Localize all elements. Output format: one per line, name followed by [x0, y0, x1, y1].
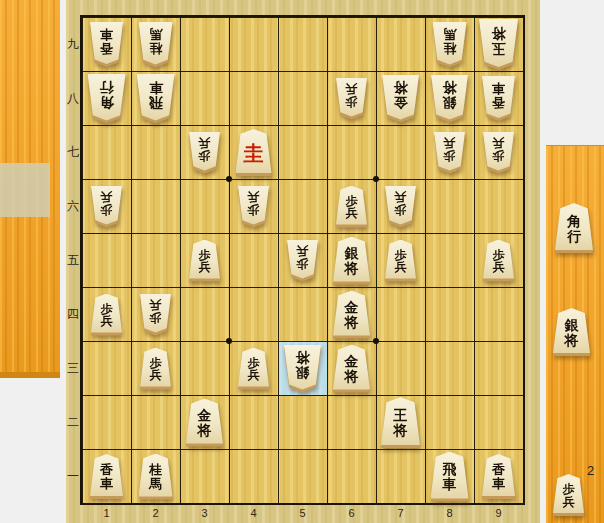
piece-face: 歩兵: [91, 186, 122, 225]
piece-kanji: 角行: [555, 203, 593, 250]
rank-label-五: 五: [66, 233, 80, 287]
piece-face: 香車: [90, 454, 123, 496]
square-5二[interactable]: [278, 395, 327, 449]
piece-face: 香車: [482, 76, 515, 118]
piece-gote-gold-6四[interactable]: 金将: [333, 291, 370, 336]
square-8二[interactable]: [425, 395, 474, 449]
square-4五[interactable]: [229, 233, 278, 287]
piece-face: 歩兵: [434, 132, 465, 171]
square-5九[interactable]: [278, 17, 327, 71]
square-6七[interactable]: [327, 125, 376, 179]
piece-face: 歩兵: [140, 294, 171, 333]
piece-kanji: 角行: [88, 74, 126, 121]
piece-gote-pawn-7五[interactable]: 歩兵: [385, 240, 416, 279]
piece-face: 銀将: [431, 75, 468, 120]
piece-gote-pawn-3五[interactable]: 歩兵: [189, 240, 220, 279]
rank-label-六: 六: [66, 179, 80, 233]
piece-sente-pawn-8七[interactable]: 歩兵: [434, 132, 465, 171]
square-7四[interactable]: [376, 287, 425, 341]
piece-sente-lance-1九[interactable]: 香車: [90, 22, 123, 64]
square-5四[interactable]: [278, 287, 327, 341]
piece-sente-rook-2八[interactable]: 飛車: [137, 74, 175, 121]
piece-face: 歩兵: [287, 240, 318, 279]
piece-face: 歩兵: [483, 240, 514, 279]
board: 香車桂馬桂馬玉将角行飛車歩兵金将銀将香車歩兵圭歩兵歩兵歩兵歩兵歩兵歩兵歩兵歩兵銀…: [80, 15, 525, 505]
square-3六[interactable]: [180, 179, 229, 233]
piece-kanji: 香車: [482, 76, 515, 118]
square-1七[interactable]: [82, 125, 131, 179]
square-6一[interactable]: [327, 449, 376, 503]
piece-gote-pawn-1四[interactable]: 歩兵: [91, 294, 122, 333]
piece-kanji: 歩兵: [91, 294, 122, 333]
piece-gote-lance-1一[interactable]: 香車: [90, 454, 123, 496]
square-6九[interactable]: [327, 17, 376, 71]
piece-gote-pawn-2三[interactable]: 歩兵: [140, 348, 171, 387]
sente-hand-stand: [0, 0, 60, 378]
piece-face: 銀将: [553, 308, 590, 353]
piece-kanji: 歩兵: [385, 186, 416, 225]
piece-kanji: 歩兵: [336, 78, 367, 117]
square-3三[interactable]: [180, 341, 229, 395]
piece-gote-rook-8一[interactable]: 飛車: [431, 452, 469, 499]
square-9六[interactable]: [474, 179, 523, 233]
rank-label-七: 七: [66, 125, 80, 179]
piece-kanji: 歩兵: [385, 240, 416, 279]
square-3四[interactable]: [180, 287, 229, 341]
file-label-2: 2: [131, 505, 180, 521]
piece-kanji: 歩兵: [91, 186, 122, 225]
piece-kanji: 銀将: [553, 308, 590, 353]
piece-kanji: 飛車: [431, 452, 469, 499]
piece-gote-silver-6五[interactable]: 銀将: [333, 237, 370, 282]
piece-face: 王将: [381, 397, 420, 445]
square-8四[interactable]: [425, 287, 474, 341]
piece-gote-gold-3二[interactable]: 金将: [186, 399, 223, 444]
square-7九[interactable]: [376, 17, 425, 71]
piece-face: 歩兵: [238, 186, 269, 225]
square-4二[interactable]: [229, 395, 278, 449]
file-label-1: 1: [82, 505, 131, 521]
piece-face: 圭: [236, 129, 272, 173]
piece-face: 歩兵: [238, 348, 269, 387]
piece-kanji: 歩兵: [140, 294, 171, 333]
piece-kanji: 金将: [382, 75, 419, 120]
piece-sente-pawn-3七[interactable]: 歩兵: [189, 132, 220, 171]
piece-kanji: 香車: [482, 454, 515, 496]
rank-label-四: 四: [66, 287, 80, 341]
piece-kanji: 歩兵: [483, 240, 514, 279]
square-5一[interactable]: [278, 449, 327, 503]
piece-kanji: 歩兵: [140, 348, 171, 387]
piece-face: 金将: [186, 399, 223, 444]
square-4一[interactable]: [229, 449, 278, 503]
piece-kanji: 圭: [236, 129, 272, 173]
piece-kanji: 王将: [381, 397, 420, 445]
piece-gote-pawn-6六[interactable]: 歩兵: [336, 186, 367, 225]
star-point: [373, 338, 379, 344]
square-7三[interactable]: [376, 341, 425, 395]
piece-gote-knight-2一[interactable]: 桂馬: [139, 454, 173, 497]
file-label-9: 9: [474, 505, 523, 521]
piece-kanji: 歩兵: [287, 240, 318, 279]
piece-face: 歩兵: [385, 186, 416, 225]
square-9二[interactable]: [474, 395, 523, 449]
piece-sente-pawn-9七[interactable]: 歩兵: [483, 132, 514, 171]
piece-kanji: 歩兵: [189, 132, 220, 171]
square-7一[interactable]: [376, 449, 425, 503]
piece-sente-knight-2九[interactable]: 桂馬: [139, 22, 173, 65]
piece-sente-pawn-7六[interactable]: 歩兵: [385, 186, 416, 225]
square-3八[interactable]: [180, 71, 229, 125]
piece-kanji: 歩兵: [189, 240, 220, 279]
piece-face: 桂馬: [139, 454, 173, 497]
piece-gote-promoted-knight-4七[interactable]: 圭: [236, 129, 272, 173]
piece-sente-gold-7八[interactable]: 金将: [382, 75, 419, 120]
piece-sente-bishop-1八[interactable]: 角行: [88, 74, 126, 121]
piece-face: 歩兵: [483, 132, 514, 171]
piece-face: 桂馬: [139, 22, 173, 65]
piece-face: 香車: [90, 22, 123, 64]
piece-face: 歩兵: [336, 78, 367, 117]
rank-label-九: 九: [66, 17, 80, 71]
rank-label-八: 八: [66, 71, 80, 125]
board-frame: 九八七六五四三二一 123456789 香車桂馬桂馬玉将角行飛車歩兵金将銀将香車…: [66, 0, 540, 523]
square-9四[interactable]: [474, 287, 523, 341]
piece-kanji: 金将: [333, 291, 370, 336]
square-8六[interactable]: [425, 179, 474, 233]
square-2二[interactable]: [131, 395, 180, 449]
piece-kanji: 歩兵: [483, 132, 514, 171]
file-label-4: 4: [229, 505, 278, 521]
square-1二[interactable]: [82, 395, 131, 449]
piece-face: 金将: [333, 291, 370, 336]
piece-face: 銀将: [284, 345, 321, 390]
piece-face: 歩兵: [189, 240, 220, 279]
piece-face: 歩兵: [189, 132, 220, 171]
hand-piece-gote-silver[interactable]: 銀将: [553, 308, 590, 353]
piece-face: 銀将: [333, 237, 370, 282]
star-point: [226, 176, 232, 182]
piece-kanji: 歩兵: [553, 474, 584, 513]
rank-label-一: 一: [66, 449, 80, 503]
square-4八[interactable]: [229, 71, 278, 125]
piece-kanji: 歩兵: [434, 132, 465, 171]
piece-kanji: 飛車: [137, 74, 175, 121]
square-1五[interactable]: [82, 233, 131, 287]
square-1三[interactable]: [82, 341, 131, 395]
square-8五[interactable]: [425, 233, 474, 287]
hand-piece-gote-bishop[interactable]: 角行: [555, 203, 593, 250]
square-9三[interactable]: [474, 341, 523, 395]
piece-sente-king-9九[interactable]: 玉将: [479, 19, 518, 67]
file-label-7: 7: [376, 505, 425, 521]
piece-face: 歩兵: [336, 186, 367, 225]
piece-kanji: 玉将: [479, 19, 518, 67]
file-label-3: 3: [180, 505, 229, 521]
piece-face: 角行: [555, 203, 593, 250]
piece-kanji: 歩兵: [238, 186, 269, 225]
square-3九[interactable]: [180, 17, 229, 71]
file-label-5: 5: [278, 505, 327, 521]
piece-face: 歩兵: [140, 348, 171, 387]
piece-kanji: 桂馬: [433, 22, 467, 65]
square-8三[interactable]: [425, 341, 474, 395]
square-6二[interactable]: [327, 395, 376, 449]
piece-kanji: 歩兵: [336, 186, 367, 225]
piece-kanji: 銀将: [431, 75, 468, 120]
file-label-8: 8: [425, 505, 474, 521]
piece-gote-lance-9一[interactable]: 香車: [482, 454, 515, 496]
rank-label-三: 三: [66, 341, 80, 395]
square-2五[interactable]: [131, 233, 180, 287]
square-2七[interactable]: [131, 125, 180, 179]
piece-kanji: 香車: [90, 22, 123, 64]
piece-kanji: 歩兵: [238, 348, 269, 387]
square-4四[interactable]: [229, 287, 278, 341]
square-3一[interactable]: [180, 449, 229, 503]
square-5八[interactable]: [278, 71, 327, 125]
piece-gote-king-7二[interactable]: 王将: [381, 397, 420, 445]
shogi-app: 九八七六五四三二一 123456789 香車桂馬桂馬玉将角行飛車歩兵金将銀将香車…: [0, 0, 604, 523]
piece-kanji: 銀将: [333, 237, 370, 282]
piece-face: 角行: [88, 74, 126, 121]
piece-kanji: 金将: [186, 399, 223, 444]
square-2六[interactable]: [131, 179, 180, 233]
gote-hand-stand: 角行銀将歩兵2: [546, 145, 604, 523]
piece-kanji: 金将: [333, 345, 370, 390]
piece-sente-lance-9八[interactable]: 香車: [482, 76, 515, 118]
piece-face: 歩兵: [91, 294, 122, 333]
piece-face: 金将: [382, 75, 419, 120]
hand-piece-count: 2: [587, 463, 594, 478]
piece-gote-pawn-4三[interactable]: 歩兵: [238, 348, 269, 387]
piece-face: 金将: [333, 345, 370, 390]
piece-gote-pawn-9五[interactable]: 歩兵: [483, 240, 514, 279]
piece-sente-pawn-4六[interactable]: 歩兵: [238, 186, 269, 225]
file-label-6: 6: [327, 505, 376, 521]
piece-sente-pawn-2四[interactable]: 歩兵: [140, 294, 171, 333]
star-point: [226, 338, 232, 344]
square-5七[interactable]: [278, 125, 327, 179]
rank-label-二: 二: [66, 395, 80, 449]
piece-face: 香車: [482, 454, 515, 496]
square-5六[interactable]: [278, 179, 327, 233]
square-7七[interactable]: [376, 125, 425, 179]
piece-sente-silver-8八[interactable]: 銀将: [431, 75, 468, 120]
piece-face: 飛車: [137, 74, 175, 121]
piece-kanji: 桂馬: [139, 454, 173, 497]
piece-face: 歩兵: [385, 240, 416, 279]
hand-piece-gote-pawn[interactable]: 歩兵: [553, 474, 584, 513]
piece-face: 飛車: [431, 452, 469, 499]
piece-sente-pawn-6八[interactable]: 歩兵: [336, 78, 367, 117]
square-4九[interactable]: [229, 17, 278, 71]
piece-gote-gold-6三[interactable]: 金将: [333, 345, 370, 390]
star-point: [373, 176, 379, 182]
piece-kanji: 桂馬: [139, 22, 173, 65]
piece-sente-silver-5三[interactable]: 銀将: [284, 345, 321, 390]
piece-kanji: 香車: [90, 454, 123, 496]
piece-kanji: 銀将: [284, 345, 321, 390]
piece-sente-knight-8九[interactable]: 桂馬: [433, 22, 467, 65]
piece-sente-pawn-5五[interactable]: 歩兵: [287, 240, 318, 279]
piece-face: 桂馬: [433, 22, 467, 65]
sente-hand-empty-area: [0, 163, 50, 217]
piece-face: 玉将: [479, 19, 518, 67]
piece-sente-pawn-1六[interactable]: 歩兵: [91, 186, 122, 225]
piece-face: 歩兵: [553, 474, 584, 513]
